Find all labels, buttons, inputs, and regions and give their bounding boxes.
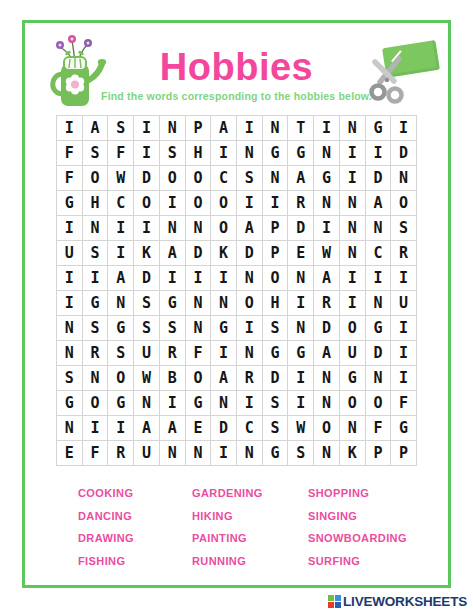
grid-cell[interactable]: O — [340, 391, 366, 416]
grid-cell[interactable]: D — [263, 366, 289, 391]
grid-cell[interactable]: N — [314, 441, 340, 466]
word-list-item: COOKING — [78, 487, 192, 510]
grid-cell[interactable]: N — [314, 191, 340, 216]
grid-cell[interactable]: K — [134, 241, 160, 266]
grid-cell[interactable]: K — [340, 441, 366, 466]
grid-cell[interactable]: I — [237, 316, 263, 341]
grid-cell[interactable]: I — [366, 266, 392, 291]
grid-cell[interactable]: I — [211, 266, 237, 291]
grid-cell[interactable]: O — [391, 191, 417, 216]
word-column: COOKINGDANCINGDRAWINGFISHING — [78, 487, 192, 578]
grid-cell[interactable]: N — [57, 316, 83, 341]
grid-cell[interactable]: S — [83, 141, 109, 166]
grid-cell[interactable]: I — [391, 266, 417, 291]
grid-cell[interactable]: F — [57, 141, 83, 166]
grid-cell[interactable]: N — [160, 216, 186, 241]
grid-cell[interactable]: N — [314, 391, 340, 416]
grid-cell[interactable]: P — [263, 216, 289, 241]
grid-cell[interactable]: I — [134, 141, 160, 166]
grid-cell[interactable]: I — [108, 216, 134, 241]
grid-cell[interactable]: S — [263, 416, 289, 441]
grid-cell[interactable]: F — [366, 416, 392, 441]
grid-cell[interactable]: T — [288, 116, 314, 141]
grid-cell[interactable]: I — [83, 266, 109, 291]
grid-cell[interactable]: I — [186, 266, 212, 291]
grid-cell[interactable]: S — [108, 116, 134, 141]
grid-cell[interactable]: N — [108, 291, 134, 316]
wordsearch-grid: IASINPAINTINGIFSFISHINGGNIIDFOWDOOCSNAGI… — [56, 115, 417, 466]
grid-cell[interactable]: N — [237, 141, 263, 166]
grid-cell[interactable]: A — [160, 241, 186, 266]
grid-cell[interactable]: F — [83, 441, 109, 466]
grid-cell[interactable]: N — [366, 216, 392, 241]
grid-cell[interactable]: I — [340, 141, 366, 166]
grid-cell[interactable]: R — [160, 341, 186, 366]
word-list-item: DRAWING — [78, 532, 192, 555]
grid-cell[interactable]: N — [288, 266, 314, 291]
grid-cell[interactable]: R — [108, 441, 134, 466]
grid-cell[interactable]: I — [211, 441, 237, 466]
grid-cell[interactable]: N — [366, 291, 392, 316]
grid-cell[interactable]: D — [134, 166, 160, 191]
grid-cell[interactable]: E — [186, 416, 212, 441]
grid-cell[interactable]: N — [340, 241, 366, 266]
grid-cell[interactable]: N — [186, 291, 212, 316]
grid-cell[interactable]: I — [237, 391, 263, 416]
grid-cell[interactable]: A — [134, 416, 160, 441]
grid-cell[interactable]: I — [340, 166, 366, 191]
grid-cell[interactable]: A — [366, 191, 392, 216]
grid-cell[interactable]: N — [83, 216, 109, 241]
grid-cell[interactable]: G — [108, 391, 134, 416]
grid-cell[interactable]: N — [237, 441, 263, 466]
word-column: SHOPPINGSINGINGSNOWBOARDINGSURFING — [308, 487, 423, 578]
grid-cell[interactable]: E — [288, 241, 314, 266]
grid-cell[interactable]: N — [83, 366, 109, 391]
grid-cell[interactable]: G — [391, 416, 417, 441]
grid-cell[interactable]: G — [366, 316, 392, 341]
word-list-item: RUNNING — [192, 555, 308, 578]
grid-cell[interactable]: N — [134, 391, 160, 416]
grid-cell[interactable]: P — [186, 116, 212, 141]
page-subtitle: Find the words corresponding to the hobb… — [0, 90, 473, 102]
grid-cell[interactable]: S — [57, 366, 83, 391]
grid-cell[interactable]: S — [237, 166, 263, 191]
grid-cell[interactable]: O — [134, 191, 160, 216]
word-column: GARDENINGHIKINGPAINTINGRUNNING — [192, 487, 308, 578]
grid-cell[interactable]: I — [288, 391, 314, 416]
grid-cell[interactable]: I — [211, 341, 237, 366]
grid-cell[interactable]: I — [391, 366, 417, 391]
grid-cell[interactable]: H — [83, 191, 109, 216]
grid-cell[interactable]: D — [134, 266, 160, 291]
grid-cell[interactable]: N — [314, 366, 340, 391]
grid-cell[interactable]: R — [237, 366, 263, 391]
grid-cell[interactable]: S — [83, 316, 109, 341]
grid-cell[interactable]: O — [263, 266, 289, 291]
grid-cell[interactable]: I — [314, 216, 340, 241]
grid-cell[interactable]: S — [83, 241, 109, 266]
grid-cell[interactable]: A — [160, 416, 186, 441]
grid-cell[interactable]: E — [57, 441, 83, 466]
grid-cell[interactable]: S — [263, 316, 289, 341]
grid-cell[interactable]: N — [57, 341, 83, 366]
grid-cell[interactable]: F — [57, 166, 83, 191]
grid-cell[interactable]: P — [366, 441, 392, 466]
grid-cell[interactable]: I — [134, 116, 160, 141]
grid-cell[interactable]: O — [366, 391, 392, 416]
word-list-item: FISHING — [78, 555, 192, 578]
grid-cell[interactable]: W — [134, 366, 160, 391]
grid-cell[interactable]: R — [314, 291, 340, 316]
page-title: Hobbies — [0, 46, 473, 89]
grid-cell[interactable]: N — [186, 316, 212, 341]
grid-cell[interactable]: W — [314, 241, 340, 266]
grid-cell[interactable]: G — [83, 291, 109, 316]
grid-cell[interactable]: O — [186, 191, 212, 216]
grid-cell[interactable]: N — [366, 366, 392, 391]
grid-cell[interactable]: O — [108, 366, 134, 391]
grid-cell[interactable]: I — [160, 266, 186, 291]
grid-cell[interactable]: N — [186, 216, 212, 241]
grid-cell[interactable]: G — [57, 391, 83, 416]
grid-cell[interactable]: N — [160, 441, 186, 466]
grid-cell[interactable]: G — [186, 391, 212, 416]
grid-cell[interactable]: N — [160, 116, 186, 141]
grid-cell[interactable]: F — [108, 141, 134, 166]
grid-cell[interactable]: N — [237, 341, 263, 366]
grid-cell[interactable]: G — [263, 141, 289, 166]
grid-cell[interactable]: I — [288, 366, 314, 391]
grid-cell[interactable]: N — [263, 166, 289, 191]
grid-cell[interactable]: N — [211, 391, 237, 416]
grid-cell[interactable]: I — [57, 116, 83, 141]
grid-cell[interactable]: C — [211, 166, 237, 191]
grid-cell[interactable]: O — [314, 416, 340, 441]
grid-cell[interactable]: I — [134, 216, 160, 241]
grid-cell[interactable]: B — [160, 366, 186, 391]
grid-cell[interactable]: O — [237, 291, 263, 316]
grid-cell[interactable]: P — [263, 241, 289, 266]
grid-cell[interactable]: N — [340, 416, 366, 441]
grid-cell[interactable]: U — [340, 341, 366, 366]
grid-cell[interactable]: S — [391, 216, 417, 241]
grid-cell[interactable]: G — [160, 291, 186, 316]
grid-cell[interactable]: N — [314, 141, 340, 166]
grid-cell[interactable]: D — [288, 216, 314, 241]
grid-cell[interactable]: N — [340, 216, 366, 241]
brand-name: LIVEWORKSHEETS — [343, 594, 467, 609]
grid-cell[interactable]: N — [340, 116, 366, 141]
word-list: COOKINGDANCINGDRAWINGFISHING GARDENINGHI… — [78, 487, 423, 578]
word-list-item: SURFING — [308, 555, 423, 578]
grid-cell[interactable]: U — [134, 441, 160, 466]
grid-cell[interactable]: I — [263, 191, 289, 216]
grid-cell[interactable]: K — [211, 241, 237, 266]
grid-cell[interactable]: H — [263, 291, 289, 316]
grid-cell[interactable]: W — [108, 166, 134, 191]
grid-cell[interactable]: U — [391, 291, 417, 316]
grid-cell[interactable]: I — [160, 191, 186, 216]
grid-cell[interactable]: A — [211, 366, 237, 391]
grid-cell[interactable]: O — [160, 166, 186, 191]
grid-cell[interactable]: S — [288, 441, 314, 466]
grid-cell[interactable]: I — [211, 141, 237, 166]
word-list-item: HIKING — [192, 510, 308, 533]
grid-cell[interactable]: I — [314, 116, 340, 141]
grid-cell[interactable]: G — [288, 341, 314, 366]
word-list-item: PAINTING — [192, 532, 308, 555]
grid-cell[interactable]: G — [108, 316, 134, 341]
grid-cell[interactable]: R — [288, 191, 314, 216]
grid-cell[interactable]: A — [314, 266, 340, 291]
grid-cell[interactable]: D — [314, 316, 340, 341]
grid-cell[interactable]: D — [186, 241, 212, 266]
grid-cell[interactable]: F — [186, 341, 212, 366]
grid-cell[interactable]: I — [340, 266, 366, 291]
grid-cell[interactable]: I — [237, 191, 263, 216]
word-list-item: GARDENING — [192, 487, 308, 510]
grid-cell[interactable]: H — [186, 141, 212, 166]
grid-cell[interactable]: I — [108, 241, 134, 266]
grid-cell[interactable]: U — [134, 341, 160, 366]
grid-cell[interactable]: A — [288, 166, 314, 191]
grid-cell[interactable]: S — [108, 341, 134, 366]
grid-cell[interactable]: G — [288, 141, 314, 166]
grid-cell[interactable]: I — [57, 266, 83, 291]
grid-cell[interactable]: G — [211, 316, 237, 341]
grid-cell[interactable]: C — [108, 191, 134, 216]
grid-cell[interactable]: G — [314, 166, 340, 191]
grid-cell[interactable]: C — [366, 241, 392, 266]
grid-cell[interactable]: N — [340, 191, 366, 216]
grid-cell[interactable]: O — [340, 316, 366, 341]
grid-cell[interactable]: N — [288, 316, 314, 341]
grid-cell[interactable]: D — [366, 166, 392, 191]
grid-cell[interactable]: S — [160, 141, 186, 166]
grid-cell[interactable]: O — [211, 216, 237, 241]
grid-cell[interactable]: D — [211, 416, 237, 441]
grid-cell[interactable]: D — [366, 341, 392, 366]
word-list-item: SHOPPING — [308, 487, 423, 510]
grid-cell[interactable]: I — [83, 416, 109, 441]
grid-cell[interactable]: O — [83, 166, 109, 191]
grid-cell[interactable]: N — [237, 266, 263, 291]
grid-cell[interactable]: N — [211, 291, 237, 316]
grid-cell[interactable]: S — [263, 391, 289, 416]
grid-cell[interactable]: R — [83, 341, 109, 366]
grid-cell[interactable]: I — [391, 116, 417, 141]
grid-cell[interactable]: S — [134, 291, 160, 316]
grid-cell[interactable]: I — [288, 291, 314, 316]
grid-cell[interactable]: N — [263, 116, 289, 141]
grid-cell[interactable]: N — [186, 441, 212, 466]
grid-cell[interactable]: D — [391, 141, 417, 166]
grid-cell[interactable]: G — [263, 441, 289, 466]
grid-cell[interactable]: A — [314, 341, 340, 366]
grid-cell[interactable]: G — [366, 116, 392, 141]
grid-cell[interactable]: C — [237, 416, 263, 441]
grid-cell[interactable]: I — [160, 391, 186, 416]
grid-cell[interactable]: I — [57, 216, 83, 241]
grid-cell[interactable]: D — [237, 241, 263, 266]
grid-cell[interactable]: A — [237, 216, 263, 241]
word-list-item: DANCING — [78, 510, 192, 533]
liveworksheets-logo-icon — [328, 595, 341, 608]
grid-cell[interactable]: I — [57, 291, 83, 316]
grid-cell[interactable]: I — [108, 416, 134, 441]
grid-cell[interactable]: I — [340, 291, 366, 316]
word-list-item: SNOWBOARDING — [308, 532, 423, 555]
grid-cell[interactable]: U — [57, 241, 83, 266]
grid-cell[interactable]: O — [186, 166, 212, 191]
grid-cell[interactable]: I — [391, 316, 417, 341]
grid-cell[interactable]: A — [211, 116, 237, 141]
grid-cell[interactable]: I — [366, 141, 392, 166]
grid-cell[interactable]: F — [391, 391, 417, 416]
grid-cell[interactable]: P — [391, 441, 417, 466]
grid-cell[interactable]: O — [211, 191, 237, 216]
grid-cell[interactable]: W — [288, 416, 314, 441]
grid-cell[interactable]: A — [83, 116, 109, 141]
grid-cell[interactable]: N — [391, 166, 417, 191]
word-list-item: SINGING — [308, 510, 423, 533]
grid-cell[interactable]: G — [263, 341, 289, 366]
grid-cell[interactable]: I — [391, 341, 417, 366]
grid-cell[interactable]: A — [108, 266, 134, 291]
grid-cell[interactable]: G — [340, 366, 366, 391]
footer-brand: LIVEWORKSHEETS — [328, 594, 467, 609]
grid-cell[interactable]: R — [391, 241, 417, 266]
grid-cell[interactable]: S — [134, 316, 160, 341]
grid-cell[interactable]: I — [237, 116, 263, 141]
grid-cell[interactable]: G — [57, 191, 83, 216]
grid-cell[interactable]: O — [186, 366, 212, 391]
grid-cell[interactable]: O — [83, 391, 109, 416]
grid-cell[interactable]: N — [57, 416, 83, 441]
grid-cell[interactable]: S — [160, 316, 186, 341]
